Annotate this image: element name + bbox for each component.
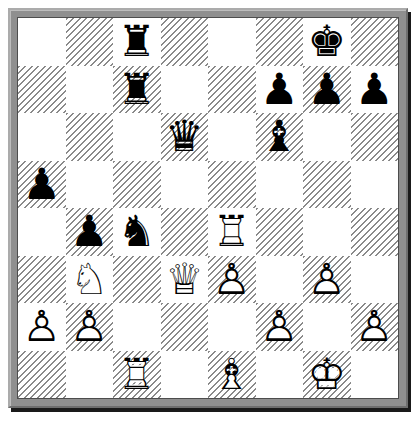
pawn-glyph: ♟ bbox=[351, 66, 399, 114]
square-a3[interactable] bbox=[18, 256, 66, 304]
pawn-glyph: ♟ bbox=[256, 66, 304, 114]
piece-white-rook-e4[interactable]: ♜♖ bbox=[208, 208, 256, 256]
square-b6[interactable] bbox=[66, 113, 114, 161]
piece-white-bishop-e1[interactable]: ♝♗ bbox=[208, 351, 256, 399]
rook-glyph-outline: ♖ bbox=[208, 208, 256, 256]
piece-black-pawn-b4[interactable]: ♟ bbox=[66, 208, 114, 256]
piece-white-queen-d3[interactable]: ♛♕ bbox=[161, 256, 209, 304]
pawn-glyph-outline: ♙ bbox=[18, 303, 66, 351]
pawn-glyph-outline: ♙ bbox=[351, 303, 399, 351]
square-c2[interactable] bbox=[113, 303, 161, 351]
square-g3[interactable]: ♟♙ bbox=[303, 256, 351, 304]
piece-black-pawn-h7[interactable]: ♟ bbox=[351, 66, 399, 114]
square-a5[interactable]: ♟ bbox=[18, 161, 66, 209]
square-b5[interactable] bbox=[66, 161, 114, 209]
square-e4[interactable]: ♜♖ bbox=[208, 208, 256, 256]
square-c7[interactable]: ♜ bbox=[113, 66, 161, 114]
square-g7[interactable]: ♟ bbox=[303, 66, 351, 114]
square-d2[interactable] bbox=[161, 303, 209, 351]
square-b1[interactable] bbox=[66, 351, 114, 399]
piece-white-knight-b3[interactable]: ♞♘ bbox=[66, 256, 114, 304]
piece-white-pawn-a2[interactable]: ♟♙ bbox=[18, 303, 66, 351]
square-e2[interactable] bbox=[208, 303, 256, 351]
queen-glyph-outline: ♕ bbox=[161, 256, 209, 304]
square-a6[interactable] bbox=[18, 113, 66, 161]
knight-glyph-outline: ♘ bbox=[66, 256, 114, 304]
square-c6[interactable] bbox=[113, 113, 161, 161]
rook-glyph: ♜ bbox=[113, 18, 161, 66]
square-h5[interactable] bbox=[351, 161, 399, 209]
pawn-glyph-outline: ♙ bbox=[208, 256, 256, 304]
piece-white-pawn-e3[interactable]: ♟♙ bbox=[208, 256, 256, 304]
square-d1[interactable] bbox=[161, 351, 209, 399]
square-f4[interactable] bbox=[256, 208, 304, 256]
square-h8[interactable] bbox=[351, 18, 399, 66]
page: ♜♚♜♟♟♟♛♝♟♟♞♜♖♞♘♛♕♟♙♟♙♟♙♟♙♟♙♟♙♜♖♝♗♚♔ bbox=[0, 0, 414, 428]
square-b8[interactable] bbox=[66, 18, 114, 66]
pawn-glyph-outline: ♙ bbox=[66, 303, 114, 351]
square-b7[interactable] bbox=[66, 66, 114, 114]
square-a2[interactable]: ♟♙ bbox=[18, 303, 66, 351]
pawn-glyph: ♟ bbox=[303, 66, 351, 114]
square-c8[interactable]: ♜ bbox=[113, 18, 161, 66]
knight-glyph: ♞ bbox=[113, 208, 161, 256]
square-d7[interactable] bbox=[161, 66, 209, 114]
piece-black-bishop-f6[interactable]: ♝ bbox=[256, 113, 304, 161]
piece-white-pawn-b2[interactable]: ♟♙ bbox=[66, 303, 114, 351]
square-e6[interactable] bbox=[208, 113, 256, 161]
square-h1[interactable] bbox=[351, 351, 399, 399]
rook-glyph-outline: ♖ bbox=[113, 351, 161, 399]
piece-white-king-g1[interactable]: ♚♔ bbox=[303, 351, 351, 399]
square-b3[interactable]: ♞♘ bbox=[66, 256, 114, 304]
square-g1[interactable]: ♚♔ bbox=[303, 351, 351, 399]
king-glyph: ♚ bbox=[303, 18, 351, 66]
king-glyph-outline: ♔ bbox=[303, 351, 351, 399]
square-h3[interactable] bbox=[351, 256, 399, 304]
pawn-glyph-outline: ♙ bbox=[256, 303, 304, 351]
piece-black-pawn-g7[interactable]: ♟ bbox=[303, 66, 351, 114]
square-h6[interactable] bbox=[351, 113, 399, 161]
square-a8[interactable] bbox=[18, 18, 66, 66]
pawn-glyph: ♟ bbox=[66, 208, 114, 256]
piece-white-pawn-h2[interactable]: ♟♙ bbox=[351, 303, 399, 351]
piece-black-pawn-a5[interactable]: ♟ bbox=[18, 161, 66, 209]
bishop-glyph: ♝ bbox=[256, 113, 304, 161]
square-f7[interactable]: ♟ bbox=[256, 66, 304, 114]
square-h7[interactable]: ♟ bbox=[351, 66, 399, 114]
rook-glyph: ♜ bbox=[113, 66, 161, 114]
board-frame: ♜♚♜♟♟♟♛♝♟♟♞♜♖♞♘♛♕♟♙♟♙♟♙♟♙♟♙♟♙♜♖♝♗♚♔ bbox=[8, 8, 408, 408]
square-g5[interactable] bbox=[303, 161, 351, 209]
square-h4[interactable] bbox=[351, 208, 399, 256]
square-e5[interactable] bbox=[208, 161, 256, 209]
square-g4[interactable] bbox=[303, 208, 351, 256]
square-d3[interactable]: ♛♕ bbox=[161, 256, 209, 304]
square-a1[interactable] bbox=[18, 351, 66, 399]
square-d6[interactable]: ♛ bbox=[161, 113, 209, 161]
square-a4[interactable] bbox=[18, 208, 66, 256]
square-g6[interactable] bbox=[303, 113, 351, 161]
piece-white-rook-c1[interactable]: ♜♖ bbox=[113, 351, 161, 399]
square-c4[interactable]: ♞ bbox=[113, 208, 161, 256]
piece-black-pawn-f7[interactable]: ♟ bbox=[256, 66, 304, 114]
square-f2[interactable]: ♟♙ bbox=[256, 303, 304, 351]
square-b4[interactable]: ♟ bbox=[66, 208, 114, 256]
square-g8[interactable]: ♚ bbox=[303, 18, 351, 66]
square-d4[interactable] bbox=[161, 208, 209, 256]
pawn-glyph-outline: ♙ bbox=[303, 256, 351, 304]
piece-black-knight-c4[interactable]: ♞ bbox=[113, 208, 161, 256]
pawn-glyph: ♟ bbox=[18, 161, 66, 209]
square-c3[interactable] bbox=[113, 256, 161, 304]
square-a7[interactable] bbox=[18, 66, 66, 114]
square-g2[interactable] bbox=[303, 303, 351, 351]
square-f8[interactable] bbox=[256, 18, 304, 66]
square-e8[interactable] bbox=[208, 18, 256, 66]
square-e7[interactable] bbox=[208, 66, 256, 114]
square-d5[interactable] bbox=[161, 161, 209, 209]
square-f6[interactable]: ♝ bbox=[256, 113, 304, 161]
piece-black-queen-d6[interactable]: ♛ bbox=[161, 113, 209, 161]
chess-board: ♜♚♜♟♟♟♛♝♟♟♞♜♖♞♘♛♕♟♙♟♙♟♙♟♙♟♙♟♙♜♖♝♗♚♔ bbox=[17, 17, 399, 399]
queen-glyph: ♛ bbox=[161, 113, 209, 161]
square-c5[interactable] bbox=[113, 161, 161, 209]
bishop-glyph-outline: ♗ bbox=[208, 351, 256, 399]
piece-black-rook-c7[interactable]: ♜ bbox=[113, 66, 161, 114]
square-e3[interactable]: ♟♙ bbox=[208, 256, 256, 304]
piece-black-rook-c8[interactable]: ♜ bbox=[113, 18, 161, 66]
square-f5[interactable] bbox=[256, 161, 304, 209]
square-c1[interactable]: ♜♖ bbox=[113, 351, 161, 399]
square-f1[interactable] bbox=[256, 351, 304, 399]
square-h2[interactable]: ♟♙ bbox=[351, 303, 399, 351]
piece-white-pawn-g3[interactable]: ♟♙ bbox=[303, 256, 351, 304]
square-d8[interactable] bbox=[161, 18, 209, 66]
piece-black-king-g8[interactable]: ♚ bbox=[303, 18, 351, 66]
square-e1[interactable]: ♝♗ bbox=[208, 351, 256, 399]
piece-white-pawn-f2[interactable]: ♟♙ bbox=[256, 303, 304, 351]
square-b2[interactable]: ♟♙ bbox=[66, 303, 114, 351]
square-f3[interactable] bbox=[256, 256, 304, 304]
